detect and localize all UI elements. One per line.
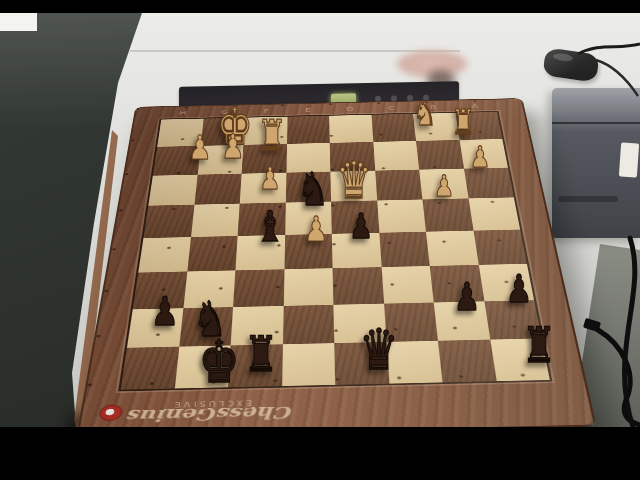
laptop-lid-seam bbox=[552, 122, 640, 124]
rook-icon: ♜ bbox=[451, 104, 475, 139]
square bbox=[287, 116, 330, 144]
laptop-sticker bbox=[619, 142, 639, 177]
square bbox=[233, 269, 284, 307]
bishop-icon: ♝ bbox=[255, 205, 285, 247]
square bbox=[381, 266, 434, 303]
brand-words: ChessGenius EXCLUSIVE bbox=[127, 397, 294, 423]
brand-area: ChessGenius EXCLUSIVE bbox=[98, 391, 294, 431]
square bbox=[468, 198, 520, 231]
square bbox=[416, 140, 464, 170]
rook-icon: ♜ bbox=[522, 321, 556, 370]
pawn-icon: ♟ bbox=[188, 131, 211, 164]
video-frame: HGFEDCBA ChessGenius EXCLUSIVE ♚♜♜♞♟♟♟♟♟… bbox=[0, 0, 640, 480]
square bbox=[377, 200, 426, 233]
square bbox=[148, 174, 197, 205]
pawn-icon: ♟ bbox=[151, 291, 179, 331]
pawn-icon: ♟ bbox=[304, 211, 328, 246]
king-icon: ♚ bbox=[198, 332, 239, 391]
pawn-icon: ♟ bbox=[434, 172, 455, 201]
rook-icon: ♜ bbox=[257, 114, 287, 156]
square bbox=[371, 114, 416, 142]
square bbox=[282, 343, 336, 386]
knight-icon: ♞ bbox=[413, 97, 436, 130]
letterbox-top bbox=[0, 0, 640, 13]
paper-corner bbox=[0, 13, 37, 31]
square bbox=[438, 340, 496, 383]
pawn-icon: ♟ bbox=[259, 163, 281, 194]
file-letter: E bbox=[287, 106, 329, 115]
square bbox=[473, 230, 527, 265]
pawn-icon: ♟ bbox=[349, 208, 373, 243]
pawn-icon: ♟ bbox=[454, 278, 481, 316]
square bbox=[422, 199, 473, 232]
square bbox=[282, 304, 334, 344]
square bbox=[375, 169, 423, 200]
pawn-icon: ♟ bbox=[221, 130, 244, 163]
mouse-highlight bbox=[553, 52, 574, 62]
laptop-edge bbox=[552, 88, 640, 238]
square bbox=[333, 267, 384, 305]
brand-logo-icon bbox=[100, 405, 122, 419]
pawn-icon: ♟ bbox=[470, 143, 491, 172]
file-letter: H bbox=[161, 109, 204, 119]
square bbox=[194, 173, 242, 204]
square bbox=[191, 204, 240, 237]
file-letter: C bbox=[370, 104, 412, 113]
knight-icon: ♞ bbox=[297, 167, 329, 213]
square bbox=[329, 115, 373, 143]
square bbox=[187, 236, 238, 271]
file-letter: D bbox=[329, 105, 371, 114]
square bbox=[379, 232, 430, 267]
queen-icon: ♛ bbox=[359, 322, 398, 378]
pawn-icon: ♟ bbox=[506, 270, 533, 308]
square bbox=[121, 347, 179, 390]
square bbox=[138, 237, 190, 272]
square bbox=[283, 268, 333, 306]
square bbox=[373, 141, 419, 171]
square bbox=[426, 231, 478, 266]
queen-icon: ♛ bbox=[336, 155, 372, 206]
square bbox=[143, 205, 194, 238]
laptop-vent bbox=[558, 196, 618, 202]
board-perspective-wrapper: HGFEDCBA ChessGenius EXCLUSIVE bbox=[106, 0, 558, 480]
rook-icon: ♜ bbox=[244, 330, 278, 379]
letterbox-bottom bbox=[0, 427, 640, 480]
